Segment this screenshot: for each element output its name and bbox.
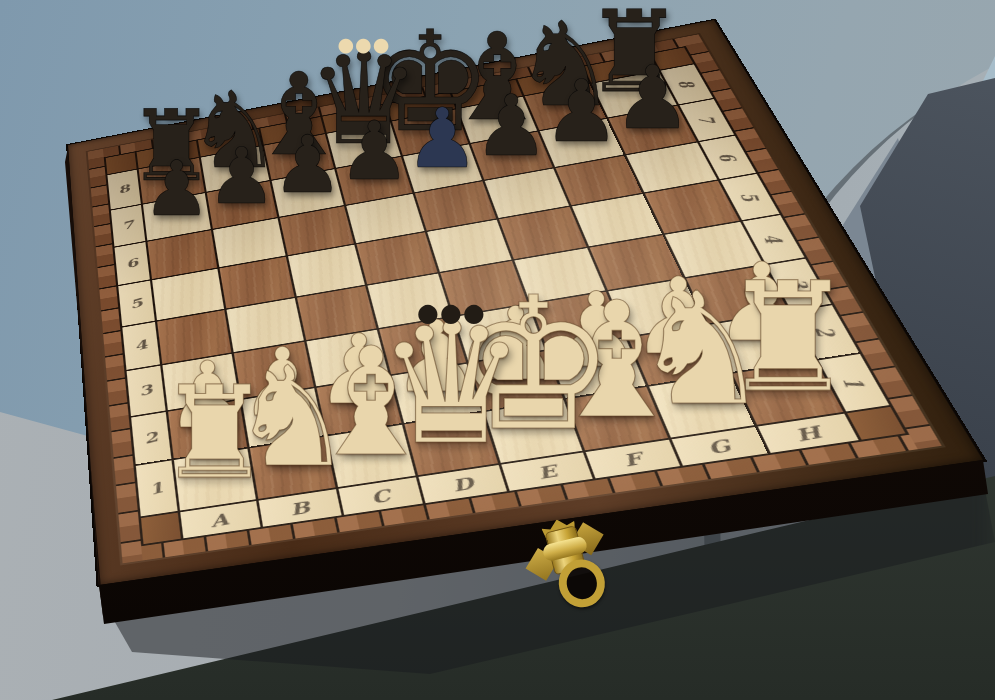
file-label-text: A bbox=[209, 509, 230, 530]
rank-label-text: 7 bbox=[120, 218, 136, 232]
rank-label-left-4: 4 bbox=[122, 322, 160, 370]
rank-label-text: 3 bbox=[783, 278, 814, 290]
rank-label-text: 2 bbox=[809, 325, 841, 338]
file-label-text: D bbox=[449, 473, 476, 495]
rank-label-text: 1 bbox=[837, 376, 870, 389]
rank-label-text: 6 bbox=[124, 256, 140, 271]
rank-label-text: 5 bbox=[128, 295, 145, 311]
file-label-text: B bbox=[287, 497, 311, 519]
rank-label-left-5: 5 bbox=[118, 281, 154, 326]
rank-label-text: 8 bbox=[674, 79, 700, 89]
photo-scene: 8877665544332211ABCDEFGH ♜♞♝♛●●●♚♝♞♜♟♟♟♟… bbox=[0, 0, 995, 700]
rank-label-text: 6 bbox=[714, 152, 741, 163]
rank-label-text: 5 bbox=[735, 191, 763, 202]
file-label-text: G bbox=[703, 435, 734, 457]
rank-label-left-7: 7 bbox=[111, 205, 145, 246]
border-corner-tile bbox=[141, 513, 181, 544]
rank-label-text: 1 bbox=[147, 478, 166, 497]
rank-label-text: 4 bbox=[758, 233, 787, 245]
file-label-text: E bbox=[533, 461, 559, 483]
rank-label-text: 3 bbox=[137, 382, 155, 399]
square-c1 bbox=[327, 425, 416, 487]
rank-label-left-2: 2 bbox=[131, 412, 171, 465]
file-label-text: H bbox=[790, 422, 825, 445]
rank-label-left-3: 3 bbox=[127, 366, 166, 416]
rank-label-text: 8 bbox=[116, 182, 131, 196]
square-d1 bbox=[405, 413, 498, 476]
rank-label-left-1: 1 bbox=[136, 461, 178, 517]
square-e1 bbox=[485, 400, 582, 463]
queen-bead-crown-icon: ●●● bbox=[337, 36, 390, 55]
square-a1 bbox=[174, 449, 256, 511]
rank-label-text: 2 bbox=[142, 429, 161, 447]
file-label-text: C bbox=[368, 485, 392, 506]
file-label-text: F bbox=[619, 448, 645, 469]
square-b1 bbox=[250, 437, 335, 499]
rank-label-text: 4 bbox=[132, 337, 149, 354]
rank-label-left-6: 6 bbox=[114, 242, 149, 285]
rank-label-left-8: 8 bbox=[107, 170, 140, 210]
rank-label-text: 7 bbox=[693, 114, 719, 124]
